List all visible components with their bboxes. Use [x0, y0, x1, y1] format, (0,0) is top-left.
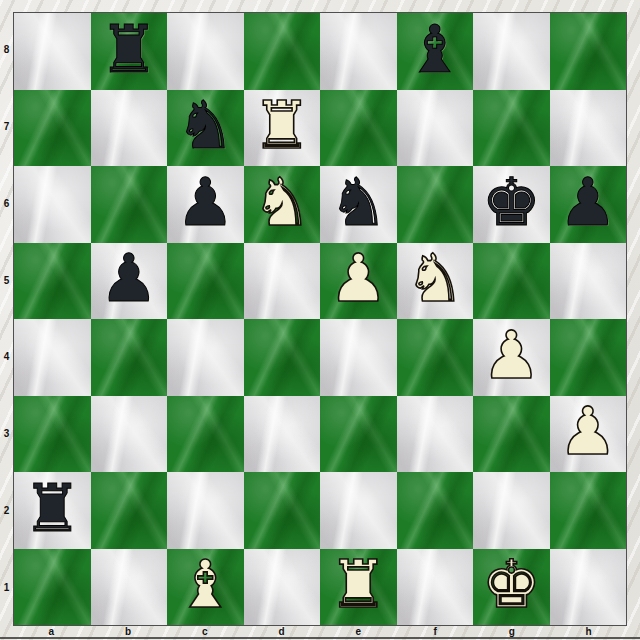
square-f2[interactable]: [397, 472, 474, 549]
square-a5[interactable]: [14, 243, 91, 320]
bottom-edge-line: [0, 637, 640, 639]
square-b2[interactable]: [91, 472, 168, 549]
square-f8[interactable]: ♝: [397, 13, 474, 90]
square-d4[interactable]: [244, 319, 321, 396]
square-c5[interactable]: [167, 243, 244, 320]
black-knight[interactable]: ♞: [176, 93, 235, 162]
rank-label-7: 7: [0, 89, 13, 166]
square-f6[interactable]: [397, 166, 474, 243]
square-e7[interactable]: [320, 90, 397, 167]
square-g5[interactable]: [473, 243, 550, 320]
square-c1[interactable]: ♝: [167, 549, 244, 626]
square-c4[interactable]: [167, 319, 244, 396]
rank-label-6: 6: [0, 166, 13, 243]
square-d1[interactable]: [244, 549, 321, 626]
square-g6[interactable]: ♚: [473, 166, 550, 243]
square-h1[interactable]: [550, 549, 627, 626]
square-c8[interactable]: [167, 13, 244, 90]
square-c3[interactable]: [167, 396, 244, 473]
square-g2[interactable]: [473, 472, 550, 549]
square-b7[interactable]: [91, 90, 168, 167]
rank-label-3: 3: [0, 396, 13, 473]
black-pawn[interactable]: ♟: [558, 170, 617, 239]
square-d5[interactable]: [244, 243, 321, 320]
square-d8[interactable]: [244, 13, 321, 90]
square-a6[interactable]: [14, 166, 91, 243]
square-g1[interactable]: ♚: [473, 549, 550, 626]
rank-labels: 87654321: [0, 12, 13, 626]
square-c2[interactable]: [167, 472, 244, 549]
square-b6[interactable]: [91, 166, 168, 243]
square-b5[interactable]: ♟: [91, 243, 168, 320]
black-pawn[interactable]: ♟: [99, 246, 158, 315]
white-knight[interactable]: ♞: [252, 170, 311, 239]
white-rook[interactable]: ♜: [329, 552, 388, 621]
square-a2[interactable]: ♜: [14, 472, 91, 549]
square-e6[interactable]: ♞: [320, 166, 397, 243]
square-c7[interactable]: ♞: [167, 90, 244, 167]
square-h3[interactable]: ♟: [550, 396, 627, 473]
square-a8[interactable]: [14, 13, 91, 90]
white-pawn[interactable]: ♟: [558, 399, 617, 468]
square-b1[interactable]: [91, 549, 168, 626]
square-a1[interactable]: [14, 549, 91, 626]
rank-label-4: 4: [0, 319, 13, 396]
square-h8[interactable]: [550, 13, 627, 90]
white-knight[interactable]: ♞: [405, 246, 464, 315]
white-rook[interactable]: ♜: [252, 93, 311, 162]
square-h4[interactable]: [550, 319, 627, 396]
black-rook[interactable]: ♜: [99, 17, 158, 86]
square-f3[interactable]: [397, 396, 474, 473]
square-g7[interactable]: [473, 90, 550, 167]
rank-label-1: 1: [0, 549, 13, 626]
square-e2[interactable]: [320, 472, 397, 549]
square-g3[interactable]: [473, 396, 550, 473]
square-a7[interactable]: [14, 90, 91, 167]
square-h2[interactable]: [550, 472, 627, 549]
square-h6[interactable]: ♟: [550, 166, 627, 243]
rank-label-5: 5: [0, 242, 13, 319]
black-bishop[interactable]: ♝: [405, 17, 464, 86]
square-b4[interactable]: [91, 319, 168, 396]
square-e3[interactable]: [320, 396, 397, 473]
white-pawn[interactable]: ♟: [482, 323, 541, 392]
square-h7[interactable]: [550, 90, 627, 167]
black-king[interactable]: ♚: [482, 170, 541, 239]
square-f7[interactable]: [397, 90, 474, 167]
square-h5[interactable]: [550, 243, 627, 320]
white-bishop[interactable]: ♝: [176, 552, 235, 621]
rank-label-8: 8: [0, 12, 13, 89]
square-e8[interactable]: [320, 13, 397, 90]
chess-board: ♜♝♞♜♟♞♞♚♟♟♟♞♟♟♜♝♜♚: [13, 12, 627, 626]
square-f1[interactable]: [397, 549, 474, 626]
rank-label-2: 2: [0, 473, 13, 550]
square-a4[interactable]: [14, 319, 91, 396]
black-rook[interactable]: ♜: [23, 476, 82, 545]
square-d7[interactable]: ♜: [244, 90, 321, 167]
square-d3[interactable]: [244, 396, 321, 473]
square-f5[interactable]: ♞: [397, 243, 474, 320]
square-e5[interactable]: ♟: [320, 243, 397, 320]
square-d6[interactable]: ♞: [244, 166, 321, 243]
black-knight[interactable]: ♞: [329, 170, 388, 239]
square-d2[interactable]: [244, 472, 321, 549]
square-e1[interactable]: ♜: [320, 549, 397, 626]
white-king[interactable]: ♚: [482, 552, 541, 621]
square-e4[interactable]: [320, 319, 397, 396]
square-c6[interactable]: ♟: [167, 166, 244, 243]
black-pawn[interactable]: ♟: [176, 170, 235, 239]
square-a3[interactable]: [14, 396, 91, 473]
square-b3[interactable]: [91, 396, 168, 473]
square-g8[interactable]: [473, 13, 550, 90]
square-b8[interactable]: ♜: [91, 13, 168, 90]
square-g4[interactable]: ♟: [473, 319, 550, 396]
white-pawn[interactable]: ♟: [329, 246, 388, 315]
square-f4[interactable]: [397, 319, 474, 396]
